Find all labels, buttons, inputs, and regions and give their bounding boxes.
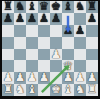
square-a6[interactable] xyxy=(2,25,14,37)
square-d4[interactable] xyxy=(38,49,50,61)
black-pawn[interactable]: ♟ xyxy=(74,25,86,37)
square-b1[interactable]: ♞ xyxy=(14,84,26,96)
square-g4[interactable] xyxy=(74,49,86,61)
square-c7[interactable]: ♟ xyxy=(26,13,38,25)
square-g1[interactable]: ♞ xyxy=(74,84,86,96)
square-g8[interactable]: ♞ xyxy=(74,1,86,13)
square-a1[interactable]: ♜ xyxy=(2,84,14,96)
black-pawn[interactable]: ♟ xyxy=(14,13,26,25)
square-b7[interactable]: ♟ xyxy=(14,13,26,25)
square-c1[interactable]: ♝ xyxy=(26,84,38,96)
square-e3[interactable] xyxy=(50,60,62,72)
black-pawn[interactable]: ♟ xyxy=(2,13,14,25)
square-d7[interactable]: ♟ xyxy=(38,13,50,25)
square-c4[interactable] xyxy=(26,49,38,61)
square-f1[interactable]: ♝ xyxy=(62,84,74,96)
square-h4[interactable] xyxy=(86,49,98,61)
black-pawn[interactable]: ♟ xyxy=(50,13,62,25)
white-rook[interactable]: ♜ xyxy=(2,84,14,96)
square-d6[interactable] xyxy=(38,25,50,37)
white-knight[interactable]: ♞ xyxy=(74,84,86,96)
square-h6[interactable] xyxy=(86,25,98,37)
white-king[interactable]: ♚ xyxy=(50,84,62,96)
square-g5[interactable] xyxy=(74,37,86,49)
square-e1[interactable]: ♚ xyxy=(50,84,62,96)
white-pawn[interactable]: ♟ xyxy=(50,49,62,61)
square-c6[interactable] xyxy=(26,25,38,37)
square-h7[interactable]: ♟ xyxy=(86,13,98,25)
square-h1[interactable]: ♜ xyxy=(86,84,98,96)
square-d5[interactable] xyxy=(38,37,50,49)
square-b4[interactable] xyxy=(14,49,26,61)
chess-board[interactable]: ♜♞♝♛♚♝♞♜♟♟♟♟♟♟♟♟♟♛♟♟♟♟♟♟♟♜♞♝♚♝♞♜ xyxy=(2,1,98,96)
square-f8[interactable]: ♝ xyxy=(62,1,74,13)
square-h5[interactable] xyxy=(86,37,98,49)
black-pawn[interactable]: ♟ xyxy=(26,13,38,25)
square-b6[interactable] xyxy=(14,25,26,37)
white-bishop[interactable]: ♝ xyxy=(62,84,74,96)
square-g6[interactable]: ♟ xyxy=(74,25,86,37)
square-e6[interactable] xyxy=(50,25,62,37)
square-a7[interactable]: ♟ xyxy=(2,13,14,25)
black-pawn[interactable]: ♟ xyxy=(38,13,50,25)
square-b5[interactable] xyxy=(14,37,26,49)
black-pawn[interactable]: ♟ xyxy=(86,13,98,25)
square-e7[interactable]: ♟ xyxy=(50,13,62,25)
black-bishop[interactable]: ♝ xyxy=(62,1,74,13)
black-pawn[interactable]: ♟ xyxy=(62,25,74,37)
square-d2[interactable]: ♟ xyxy=(38,72,50,84)
black-knight[interactable]: ♞ xyxy=(74,1,86,13)
white-pawn[interactable]: ♟ xyxy=(38,72,50,84)
white-knight[interactable]: ♞ xyxy=(14,84,26,96)
white-bishop[interactable]: ♝ xyxy=(26,84,38,96)
chess-app-frame: ♜♞♝♛♚♝♞♜♟♟♟♟♟♟♟♟♟♛♟♟♟♟♟♟♟♜♞♝♚♝♞♜ xyxy=(0,0,100,99)
square-d1[interactable] xyxy=(38,84,50,96)
square-c5[interactable] xyxy=(26,37,38,49)
square-a5[interactable] xyxy=(2,37,14,49)
white-rook[interactable]: ♜ xyxy=(86,84,98,96)
square-f6[interactable]: ♟ xyxy=(62,25,74,37)
square-a4[interactable] xyxy=(2,49,14,61)
square-e4[interactable]: ♟ xyxy=(50,49,62,61)
square-f5[interactable] xyxy=(62,37,74,49)
